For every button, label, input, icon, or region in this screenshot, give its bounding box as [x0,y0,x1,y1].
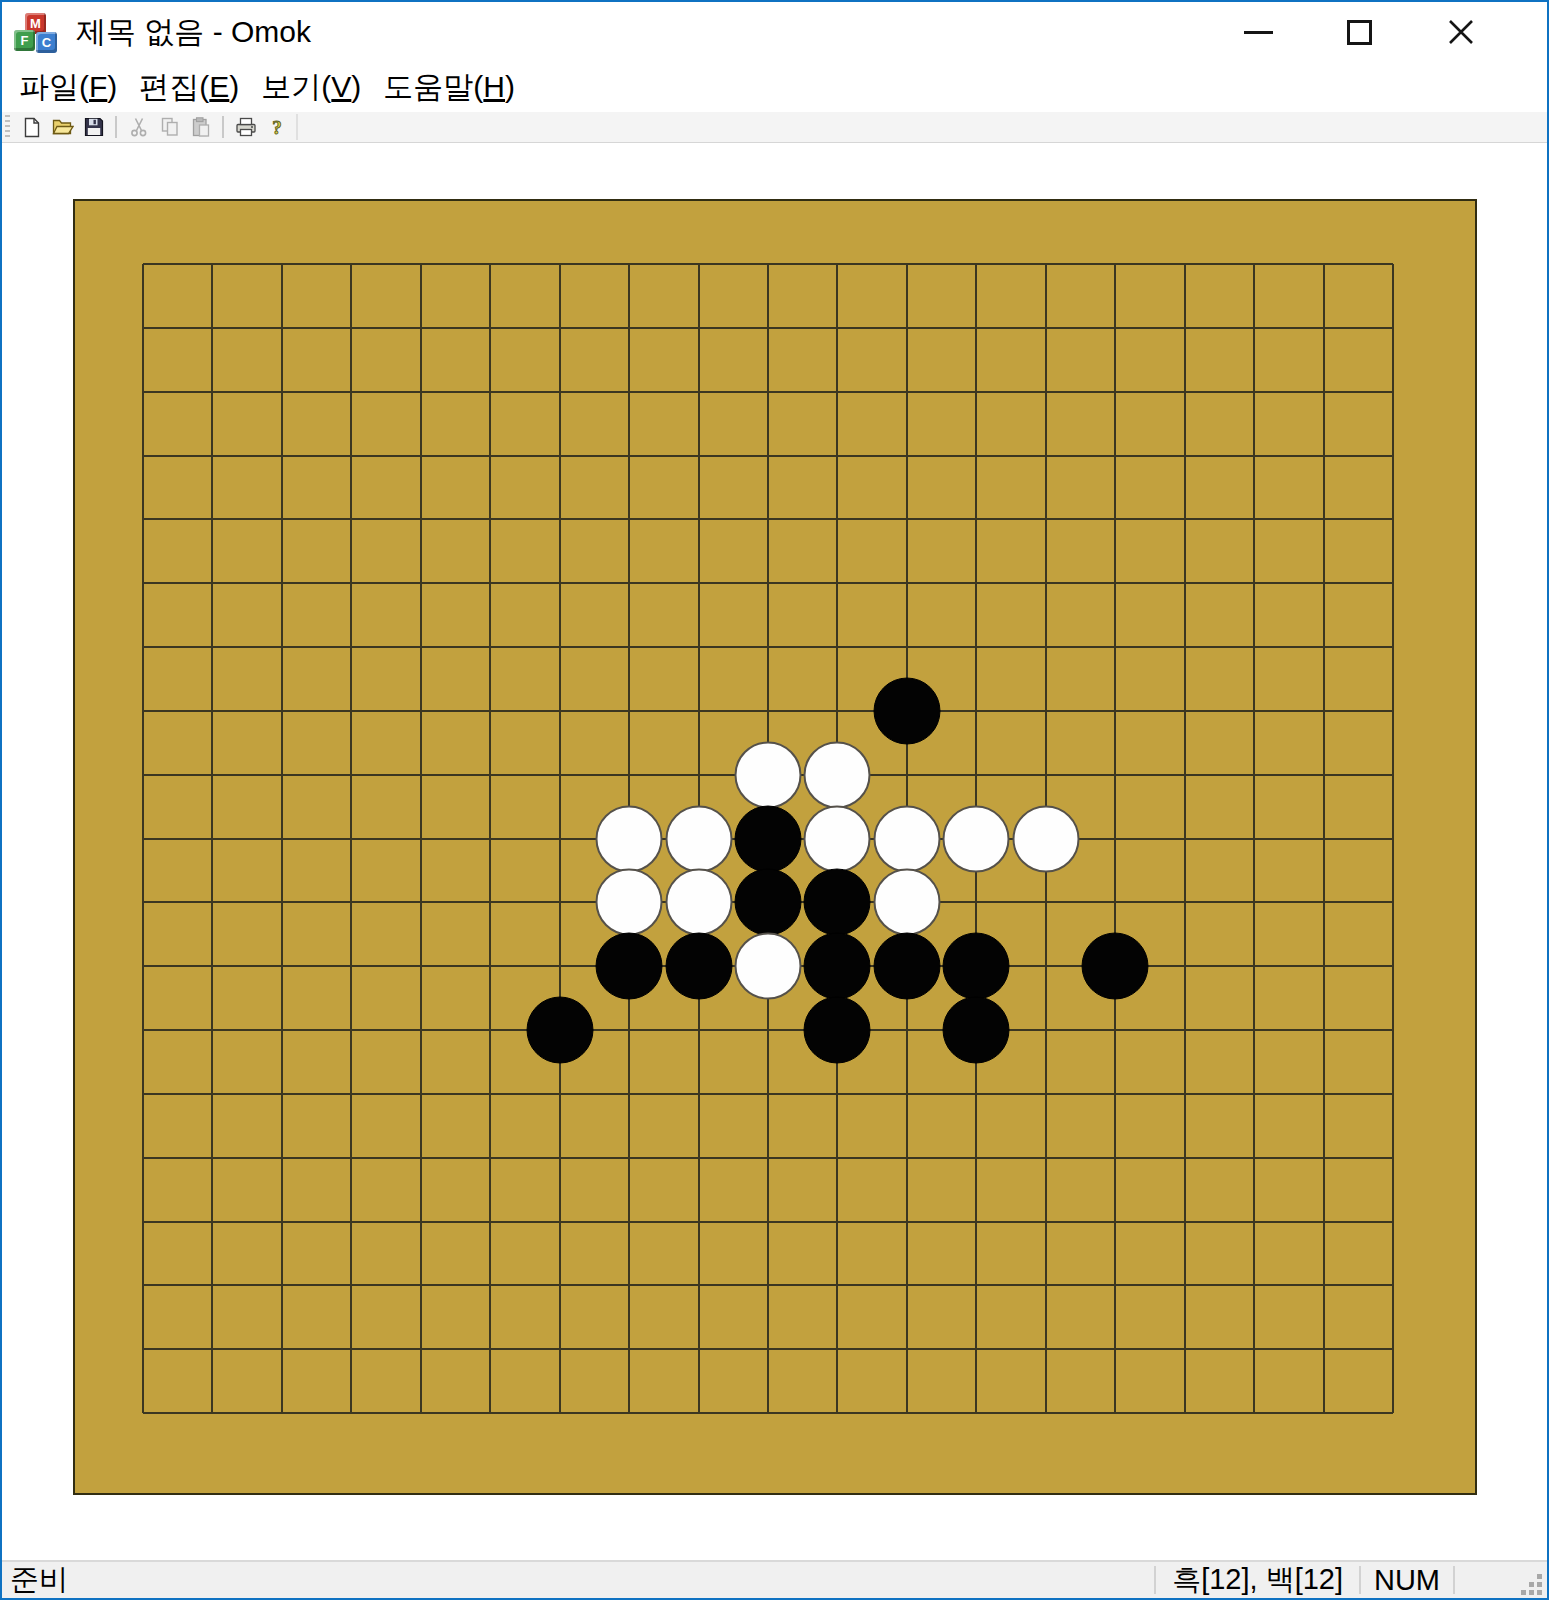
status-empty-pane [1455,1562,1519,1598]
stone-white-c7-r10 [596,869,663,936]
grid-line-horizontal [143,1284,1393,1286]
stone-white-c11-r10 [873,869,940,936]
stone-white-c12-r9 [943,805,1010,872]
close-button[interactable] [1410,2,1511,62]
toolbar-band-edge [296,114,298,140]
stone-black-c9-r10 [735,869,802,936]
stone-white-c10-r8 [804,741,871,808]
resize-grip[interactable] [1519,1568,1545,1598]
menu-item-V[interactable]: 보기(V) [250,67,372,108]
stone-black-c10-r11 [804,933,871,1000]
grid-line-horizontal [143,1348,1393,1350]
board-grid[interactable] [143,264,1393,1413]
menu-item-H[interactable]: 도움말(H) [372,67,526,108]
stone-white-c8-r9 [665,805,732,872]
omok-board [73,199,1477,1495]
stone-black-c12-r11 [943,933,1010,1000]
caption-buttons [1208,2,1511,62]
stone-white-c10-r9 [804,805,871,872]
menu-bar: 파일(F)편집(E)보기(V)도움말(H) [2,62,1547,112]
grid-line-vertical [1323,264,1325,1413]
stone-black-c6-r12 [526,997,593,1064]
grid-line-horizontal [143,1412,1393,1414]
toolbar: ? [2,112,1547,143]
stone-white-c13-r9 [1012,805,1079,872]
mfc-cube-f: F [14,30,35,51]
paste-icon [185,114,216,141]
toolbar-gripper[interactable] [5,115,10,139]
cut-icon [123,114,154,141]
minimize-icon [1244,31,1273,34]
open-folder-icon[interactable] [47,114,78,141]
copy-icon [154,114,185,141]
toolbar-separator [115,116,117,138]
grid-line-vertical [1392,264,1394,1413]
help-icon[interactable]: ? [261,114,292,141]
stone-white-c11-r9 [873,805,940,872]
stone-white-c9-r11 [735,933,802,1000]
svg-text:?: ? [272,117,282,138]
stone-black-c11-r7 [873,677,940,744]
status-ready-text: 준비 [2,1560,1154,1600]
print-icon[interactable] [230,114,261,141]
stone-white-c7-r9 [596,805,663,872]
stone-white-c8-r10 [665,869,732,936]
new-document-icon[interactable] [16,114,47,141]
status-num-lock: NUM [1361,1564,1453,1597]
menu-item-E[interactable]: 편집(E) [128,67,250,108]
maximize-button[interactable] [1309,2,1410,62]
mfc-cube-c: C [36,32,57,53]
toolbar-separator [222,116,224,138]
mfc-app-icon: M F C [12,10,60,58]
maximize-icon [1347,20,1372,45]
save-icon[interactable] [78,114,109,141]
status-stone-counts: 흑[12], 백[12] [1156,1560,1359,1600]
grid-line-horizontal [143,1093,1393,1095]
grid-line-horizontal [143,1029,1393,1031]
grid-line-vertical [1253,264,1255,1413]
window-title: 제목 없음 - Omok [76,12,311,53]
menu-item-F[interactable]: 파일(F) [8,67,128,108]
grid-line-vertical [1184,264,1186,1413]
stone-black-c7-r11 [596,933,663,1000]
title-bar: M F C 제목 없음 - Omok [2,2,1547,62]
status-bar: 준비 흑[12], 백[12] NUM [2,1560,1547,1598]
grid-line-vertical [1114,264,1116,1413]
stone-black-c12-r12 [943,997,1010,1064]
client-area [2,143,1547,1560]
stone-black-c14-r11 [1082,933,1149,1000]
stone-white-c9-r8 [735,741,802,808]
stone-black-c10-r10 [804,869,871,936]
stone-black-c9-r9 [735,805,802,872]
minimize-button[interactable] [1208,2,1309,62]
grid-line-horizontal [143,1221,1393,1223]
stone-black-c8-r11 [665,933,732,1000]
stone-black-c10-r12 [804,997,871,1064]
grid-line-horizontal [143,1157,1393,1159]
stone-black-c11-r11 [873,933,940,1000]
app-window: M F C 제목 없음 - Omok 파일(F)편집(E)보기(V)도움말(H)… [0,0,1549,1600]
close-icon [1446,17,1476,47]
